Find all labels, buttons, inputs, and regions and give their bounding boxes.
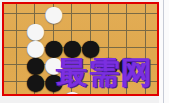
right-margin — [159, 0, 169, 103]
panel-edge-line — [163, 0, 164, 103]
page: ●●●●●●●●●●●●● 最需网 — [0, 0, 169, 103]
black-stone: ● — [26, 73, 43, 90]
grid-line-horizontal — [4, 13, 157, 14]
white-stone: ● — [44, 5, 61, 22]
watermark-text: 最需网 — [57, 52, 153, 94]
black-stone-glyph: ● — [26, 73, 43, 90]
white-stone-glyph: ● — [44, 5, 61, 22]
